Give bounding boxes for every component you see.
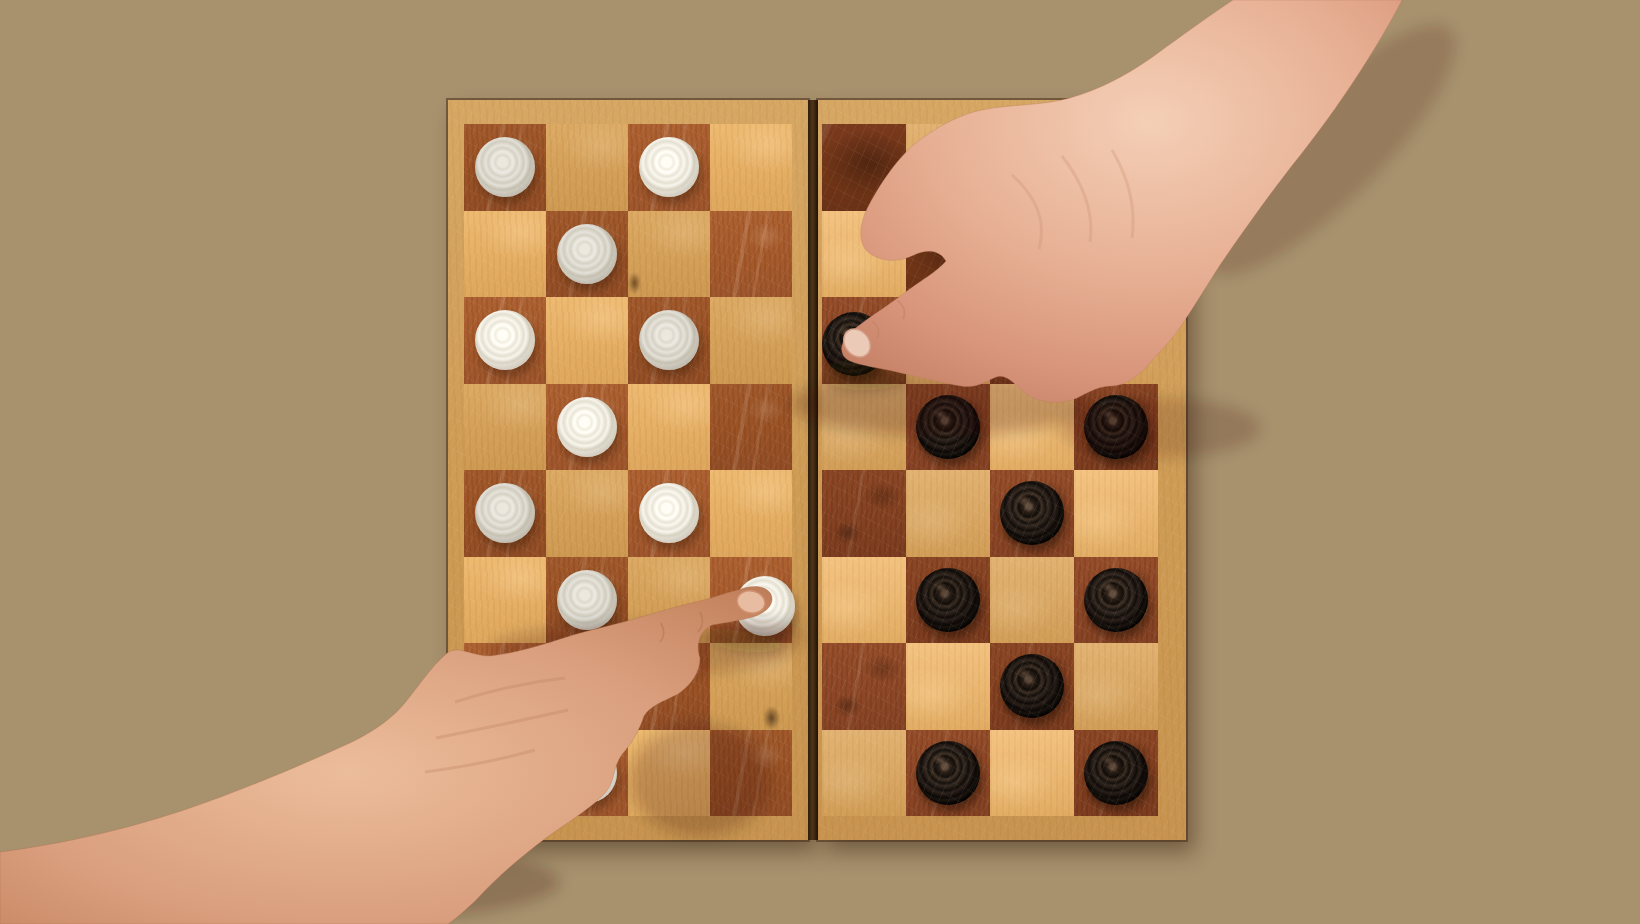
square-r7c5[interactable] (906, 730, 990, 817)
checker-white[interactable] (475, 483, 535, 543)
checker-black[interactable] (916, 568, 980, 632)
square-r0c1[interactable] (546, 124, 628, 211)
square-r3c5[interactable] (906, 384, 990, 471)
square-r2c0[interactable] (464, 297, 546, 384)
square-r5c1[interactable] (546, 557, 628, 644)
square-r4c3[interactable] (710, 470, 792, 557)
square-r6c4[interactable] (822, 643, 906, 730)
board-fold-seam (808, 100, 818, 840)
square-r7c3[interactable] (710, 730, 792, 817)
square-r2c7[interactable] (1074, 297, 1158, 384)
square-r7c1[interactable] (546, 730, 628, 817)
checker-white[interactable] (475, 137, 535, 197)
square-r1c2[interactable] (628, 211, 710, 298)
square-r7c6[interactable] (990, 730, 1074, 817)
square-r5c5[interactable] (906, 557, 990, 644)
square-r0c2[interactable] (628, 124, 710, 211)
checker-white[interactable] (475, 656, 535, 716)
square-r0c0[interactable] (464, 124, 546, 211)
square-r3c4[interactable] (822, 384, 906, 471)
square-r2c3[interactable] (710, 297, 792, 384)
square-r1c0[interactable] (464, 211, 546, 298)
square-r1c5[interactable] (906, 211, 990, 298)
square-r7c7[interactable] (1074, 730, 1158, 817)
square-r0c6[interactable] (990, 124, 1074, 211)
square-r0c5[interactable] (906, 124, 990, 211)
square-r0c3[interactable] (710, 124, 792, 211)
checker-white[interactable] (639, 483, 699, 543)
square-r5c6[interactable] (990, 557, 1074, 644)
square-r1c6[interactable] (990, 211, 1074, 298)
checker-black[interactable] (1084, 741, 1148, 805)
square-r4c6[interactable] (990, 470, 1074, 557)
square-r6c6[interactable] (990, 643, 1074, 730)
square-r2c2[interactable] (628, 297, 710, 384)
checker-black[interactable] (1000, 654, 1064, 718)
square-r5c2[interactable] (628, 557, 710, 644)
square-r2c4[interactable] (822, 297, 906, 384)
square-r1c3[interactable] (710, 211, 792, 298)
checker-black[interactable] (916, 741, 980, 805)
square-r3c6[interactable] (990, 384, 1074, 471)
checkers-scene: { "game": "checkers (draughts), 8x8 boar… (0, 0, 1640, 924)
checker-black[interactable] (1000, 308, 1064, 372)
checker-black[interactable] (916, 395, 980, 459)
square-r2c6[interactable] (990, 297, 1074, 384)
square-r4c4[interactable] (822, 470, 906, 557)
board-right-half (818, 100, 1186, 840)
checker-white[interactable] (557, 570, 617, 630)
square-r7c4[interactable] (822, 730, 906, 817)
square-r5c4[interactable] (822, 557, 906, 644)
square-r3c3[interactable] (710, 384, 792, 471)
checker-black[interactable] (1084, 395, 1148, 459)
square-r7c2[interactable] (628, 730, 710, 817)
checker-black[interactable] (1084, 222, 1148, 286)
checker-black[interactable] (1000, 481, 1064, 545)
square-r4c1[interactable] (546, 470, 628, 557)
square-r2c5[interactable] (906, 297, 990, 384)
square-r3c7[interactable] (1074, 384, 1158, 471)
square-r0c4[interactable] (822, 124, 906, 211)
square-r3c1[interactable] (546, 384, 628, 471)
board-left-half (448, 100, 808, 840)
square-r6c3[interactable] (710, 643, 792, 730)
square-r6c7[interactable] (1074, 643, 1158, 730)
checker-black[interactable] (822, 312, 886, 376)
checker-white[interactable] (475, 310, 535, 370)
square-r1c7[interactable] (1074, 211, 1158, 298)
board-grid-left (464, 124, 792, 816)
square-r5c0[interactable] (464, 557, 546, 644)
square-r6c5[interactable] (906, 643, 990, 730)
square-r1c1[interactable] (546, 211, 628, 298)
checker-white[interactable] (557, 224, 617, 284)
checker-white[interactable] (639, 310, 699, 370)
square-r4c5[interactable] (906, 470, 990, 557)
square-r5c7[interactable] (1074, 557, 1158, 644)
square-r2c1[interactable] (546, 297, 628, 384)
square-r6c2[interactable] (628, 643, 710, 730)
checker-black[interactable] (1084, 568, 1148, 632)
checker-white[interactable] (735, 576, 795, 636)
checker-white[interactable] (639, 137, 699, 197)
square-r0c7[interactable] (1074, 124, 1158, 211)
square-r3c2[interactable] (628, 384, 710, 471)
board-grid-right (822, 124, 1158, 816)
checker-white[interactable] (557, 397, 617, 457)
square-r6c1[interactable] (546, 643, 628, 730)
square-r4c2[interactable] (628, 470, 710, 557)
checker-white[interactable] (557, 743, 617, 803)
square-r6c0[interactable] (464, 643, 546, 730)
square-r4c7[interactable] (1074, 470, 1158, 557)
checker-black[interactable] (1000, 135, 1064, 199)
square-r3c0[interactable] (464, 384, 546, 471)
square-r7c0[interactable] (464, 730, 546, 817)
square-r4c0[interactable] (464, 470, 546, 557)
square-r1c4[interactable] (822, 211, 906, 298)
square-r5c3[interactable] (710, 557, 792, 644)
